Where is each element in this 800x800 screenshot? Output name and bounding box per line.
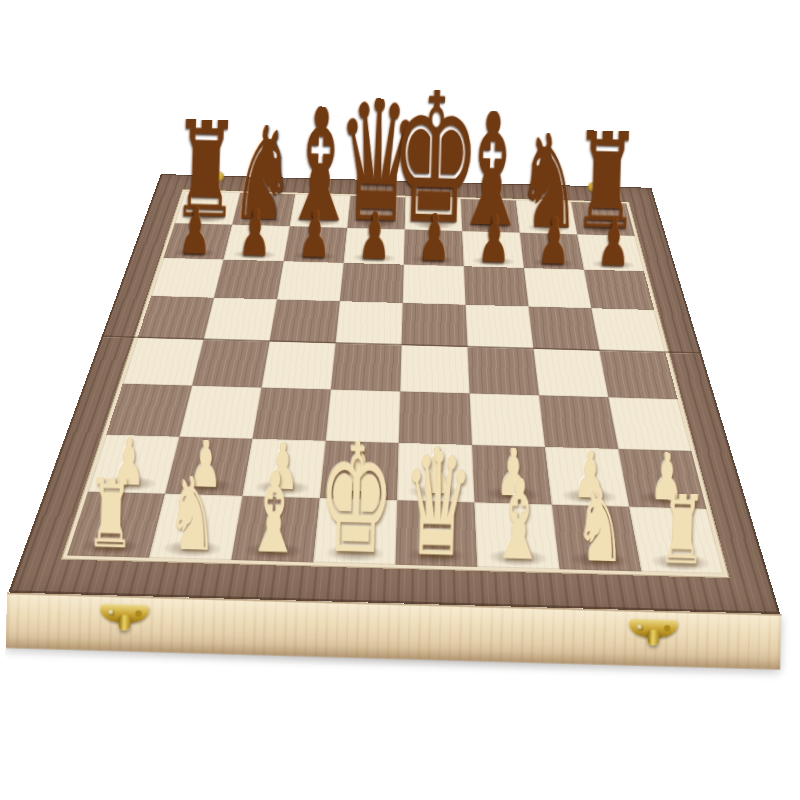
square-d5[interactable]	[336, 301, 403, 345]
square-h5[interactable]	[591, 308, 665, 352]
square-h7[interactable]: ♟	[577, 234, 644, 271]
piece-black-pawn-a7[interactable]: ♟	[178, 206, 212, 256]
piece-black-pawn-c7[interactable]: ♟	[298, 209, 332, 259]
square-g4[interactable]	[533, 349, 608, 398]
scene-tilt: ♜♞♝♛♚♝♞♜♟♟♟♟♟♟♟♟♟♟♟♟♟♟♟♟♜♞♝♚♛♝♞♜	[0, 0, 800, 800]
piece-white-knight-g1[interactable]: ♞	[575, 487, 627, 564]
square-g7[interactable]: ♟	[520, 233, 584, 270]
piece-white-knight-b1[interactable]: ♞	[167, 476, 219, 553]
square-d1[interactable]: ♚	[313, 498, 397, 565]
piece-white-queen-e1[interactable]: ♛	[401, 451, 475, 561]
square-b4[interactable]	[192, 339, 269, 387]
piece-black-pawn-g7[interactable]: ♟	[537, 216, 571, 266]
piece-white-bishop-c1[interactable]: ♝	[246, 470, 303, 555]
square-b1[interactable]: ♞	[149, 494, 242, 560]
square-b5[interactable]	[204, 298, 277, 342]
brass-clasp-left[interactable]	[100, 604, 149, 623]
square-f7[interactable]: ♟	[462, 231, 524, 268]
square-f6[interactable]	[464, 266, 529, 306]
square-h1[interactable]: ♜	[629, 507, 723, 574]
square-c7[interactable]: ♟	[284, 226, 348, 263]
square-d7[interactable]: ♟	[344, 228, 405, 265]
piece-black-pawn-f7[interactable]: ♟	[478, 214, 512, 264]
square-a4[interactable]	[123, 338, 204, 386]
square-f4[interactable]	[468, 347, 539, 395]
square-h6[interactable]	[584, 270, 654, 310]
square-c1[interactable]: ♝	[231, 496, 320, 562]
piece-black-pawn-h7[interactable]: ♟	[597, 217, 631, 267]
square-b6[interactable]	[214, 260, 284, 300]
chess-board: ♜♞♝♛♚♝♞♜♟♟♟♟♟♟♟♟♟♟♟♟♟♟♟♟♜♞♝♚♛♝♞♜	[8, 174, 780, 614]
square-h4[interactable]	[599, 351, 677, 400]
square-g6[interactable]	[524, 268, 591, 308]
square-g5[interactable]	[528, 306, 599, 350]
square-g1[interactable]: ♞	[552, 505, 642, 572]
piece-white-rook-a1[interactable]: ♜	[86, 477, 136, 551]
square-a7[interactable]: ♟	[163, 223, 232, 259]
square-a6[interactable]	[151, 258, 223, 298]
square-e5[interactable]	[402, 303, 468, 347]
square-c6[interactable]	[277, 261, 344, 301]
board-inlay: ♜♞♝♛♚♝♞♜♟♟♟♟♟♟♟♟♟♟♟♟♟♟♟♟♜♞♝♚♛♝♞♜	[61, 189, 730, 578]
square-c5[interactable]	[270, 299, 340, 343]
piece-black-pawn-b7[interactable]: ♟	[238, 207, 272, 257]
box-front-panel	[6, 592, 782, 669]
product-photo: ♜♞♝♛♚♝♞♜♟♟♟♟♟♟♟♟♟♟♟♟♟♟♟♟♜♞♝♚♛♝♞♜	[0, 0, 800, 800]
brass-clasp-right[interactable]	[629, 619, 678, 638]
piece-black-pawn-e7[interactable]: ♟	[418, 212, 452, 262]
square-e1[interactable]: ♛	[395, 500, 477, 567]
square-e7[interactable]: ♟	[404, 230, 464, 267]
square-e4[interactable]	[400, 345, 469, 393]
square-d6[interactable]	[340, 263, 404, 303]
piece-white-bishop-f1[interactable]: ♝	[491, 477, 548, 562]
square-a5[interactable]	[138, 296, 214, 340]
square-f1[interactable]: ♝	[475, 502, 560, 569]
square-e6[interactable]	[403, 265, 466, 305]
piece-white-rook-h1[interactable]: ♜	[657, 493, 707, 567]
square-f5[interactable]	[466, 305, 534, 349]
square-b7[interactable]: ♟	[224, 225, 290, 262]
board-grid: ♜♞♝♛♚♝♞♜♟♟♟♟♟♟♟♟♟♟♟♟♟♟♟♟♜♞♝♚♛♝♞♜	[67, 191, 724, 574]
piece-white-king-d1[interactable]: ♚	[317, 441, 396, 558]
scene: ♜♞♝♛♚♝♞♜♟♟♟♟♟♟♟♟♟♟♟♟♟♟♟♟♜♞♝♚♛♝♞♜	[0, 0, 800, 800]
square-d4[interactable]	[331, 343, 402, 391]
piece-black-pawn-d7[interactable]: ♟	[358, 211, 392, 261]
square-c4[interactable]	[261, 341, 335, 389]
